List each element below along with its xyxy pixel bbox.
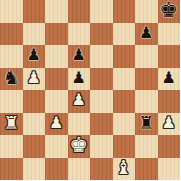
square-c7[interactable]: [45, 23, 68, 46]
square-g5[interactable]: [135, 68, 158, 91]
square-a8[interactable]: [0, 0, 23, 23]
square-f8[interactable]: [113, 0, 136, 23]
square-d6[interactable]: ♟: [68, 45, 91, 68]
square-g6[interactable]: [135, 45, 158, 68]
square-f7[interactable]: [113, 23, 136, 46]
square-e7[interactable]: [90, 23, 113, 46]
square-h1[interactable]: [158, 158, 181, 181]
square-e2[interactable]: [90, 135, 113, 158]
square-b2[interactable]: [23, 135, 46, 158]
square-f1[interactable]: ♝: [113, 158, 136, 181]
white-rook-a3: ♜: [3, 114, 19, 132]
square-e5[interactable]: [90, 68, 113, 91]
square-b6[interactable]: ♟: [23, 45, 46, 68]
square-d1[interactable]: [68, 158, 91, 181]
square-c5[interactable]: [45, 68, 68, 91]
square-c6[interactable]: [45, 45, 68, 68]
square-c8[interactable]: [45, 0, 68, 23]
square-h7[interactable]: [158, 23, 181, 46]
square-h3[interactable]: ♟: [158, 113, 181, 136]
square-g7[interactable]: ♟: [135, 23, 158, 46]
square-e3[interactable]: [90, 113, 113, 136]
square-h6[interactable]: [158, 45, 181, 68]
square-h5[interactable]: ♟: [158, 68, 181, 91]
square-g1[interactable]: [135, 158, 158, 181]
square-d7[interactable]: [68, 23, 91, 46]
white-pawn-d4: ♟: [72, 92, 86, 108]
square-g8[interactable]: [135, 0, 158, 23]
black-king-h8: ♚: [159, 0, 178, 21]
square-d5[interactable]: ♟: [68, 68, 91, 91]
square-h4[interactable]: [158, 90, 181, 113]
square-d8[interactable]: [68, 0, 91, 23]
square-a3[interactable]: ♜: [0, 113, 23, 136]
square-d4[interactable]: ♟: [68, 90, 91, 113]
black-pawn-d5: ♟: [72, 70, 86, 86]
square-b7[interactable]: [23, 23, 46, 46]
square-b3[interactable]: [23, 113, 46, 136]
square-g2[interactable]: [135, 135, 158, 158]
square-d2[interactable]: ♚: [68, 135, 91, 158]
black-rook-g3: ♜: [138, 114, 154, 132]
square-b1[interactable]: [23, 158, 46, 181]
black-pawn-b6: ♟: [27, 47, 41, 63]
square-b5[interactable]: ♟: [23, 68, 46, 91]
square-b8[interactable]: [23, 0, 46, 23]
square-f5[interactable]: [113, 68, 136, 91]
square-e1[interactable]: [90, 158, 113, 181]
chess-board: ♚♟♟♟♞♟♟♟♟♜♟♜♟♚♝: [0, 0, 180, 180]
square-c4[interactable]: [45, 90, 68, 113]
square-e6[interactable]: [90, 45, 113, 68]
square-f3[interactable]: [113, 113, 136, 136]
square-a1[interactable]: [0, 158, 23, 181]
square-a7[interactable]: [0, 23, 23, 46]
square-h8[interactable]: ♚: [158, 0, 181, 23]
square-a6[interactable]: [0, 45, 23, 68]
square-e4[interactable]: [90, 90, 113, 113]
square-g3[interactable]: ♜: [135, 113, 158, 136]
square-a4[interactable]: [0, 90, 23, 113]
white-bishop-f1: ♝: [115, 158, 132, 177]
square-c3[interactable]: ♟: [45, 113, 68, 136]
square-b4[interactable]: [23, 90, 46, 113]
square-a5[interactable]: ♞: [0, 68, 23, 91]
square-g4[interactable]: [135, 90, 158, 113]
square-h2[interactable]: [158, 135, 181, 158]
white-king-d2: ♚: [69, 135, 88, 156]
black-knight-a5: ♞: [3, 68, 20, 87]
white-pawn-c3: ♟: [49, 115, 63, 131]
black-pawn-h5: ♟: [162, 70, 176, 86]
square-d3[interactable]: [68, 113, 91, 136]
white-pawn-h3: ♟: [162, 115, 176, 131]
square-e8[interactable]: [90, 0, 113, 23]
square-f4[interactable]: [113, 90, 136, 113]
square-c2[interactable]: [45, 135, 68, 158]
square-c1[interactable]: [45, 158, 68, 181]
square-f6[interactable]: [113, 45, 136, 68]
square-a2[interactable]: [0, 135, 23, 158]
black-pawn-g7: ♟: [139, 25, 153, 41]
square-f2[interactable]: [113, 135, 136, 158]
black-pawn-d6: ♟: [72, 47, 86, 63]
white-pawn-b5: ♟: [27, 70, 41, 86]
